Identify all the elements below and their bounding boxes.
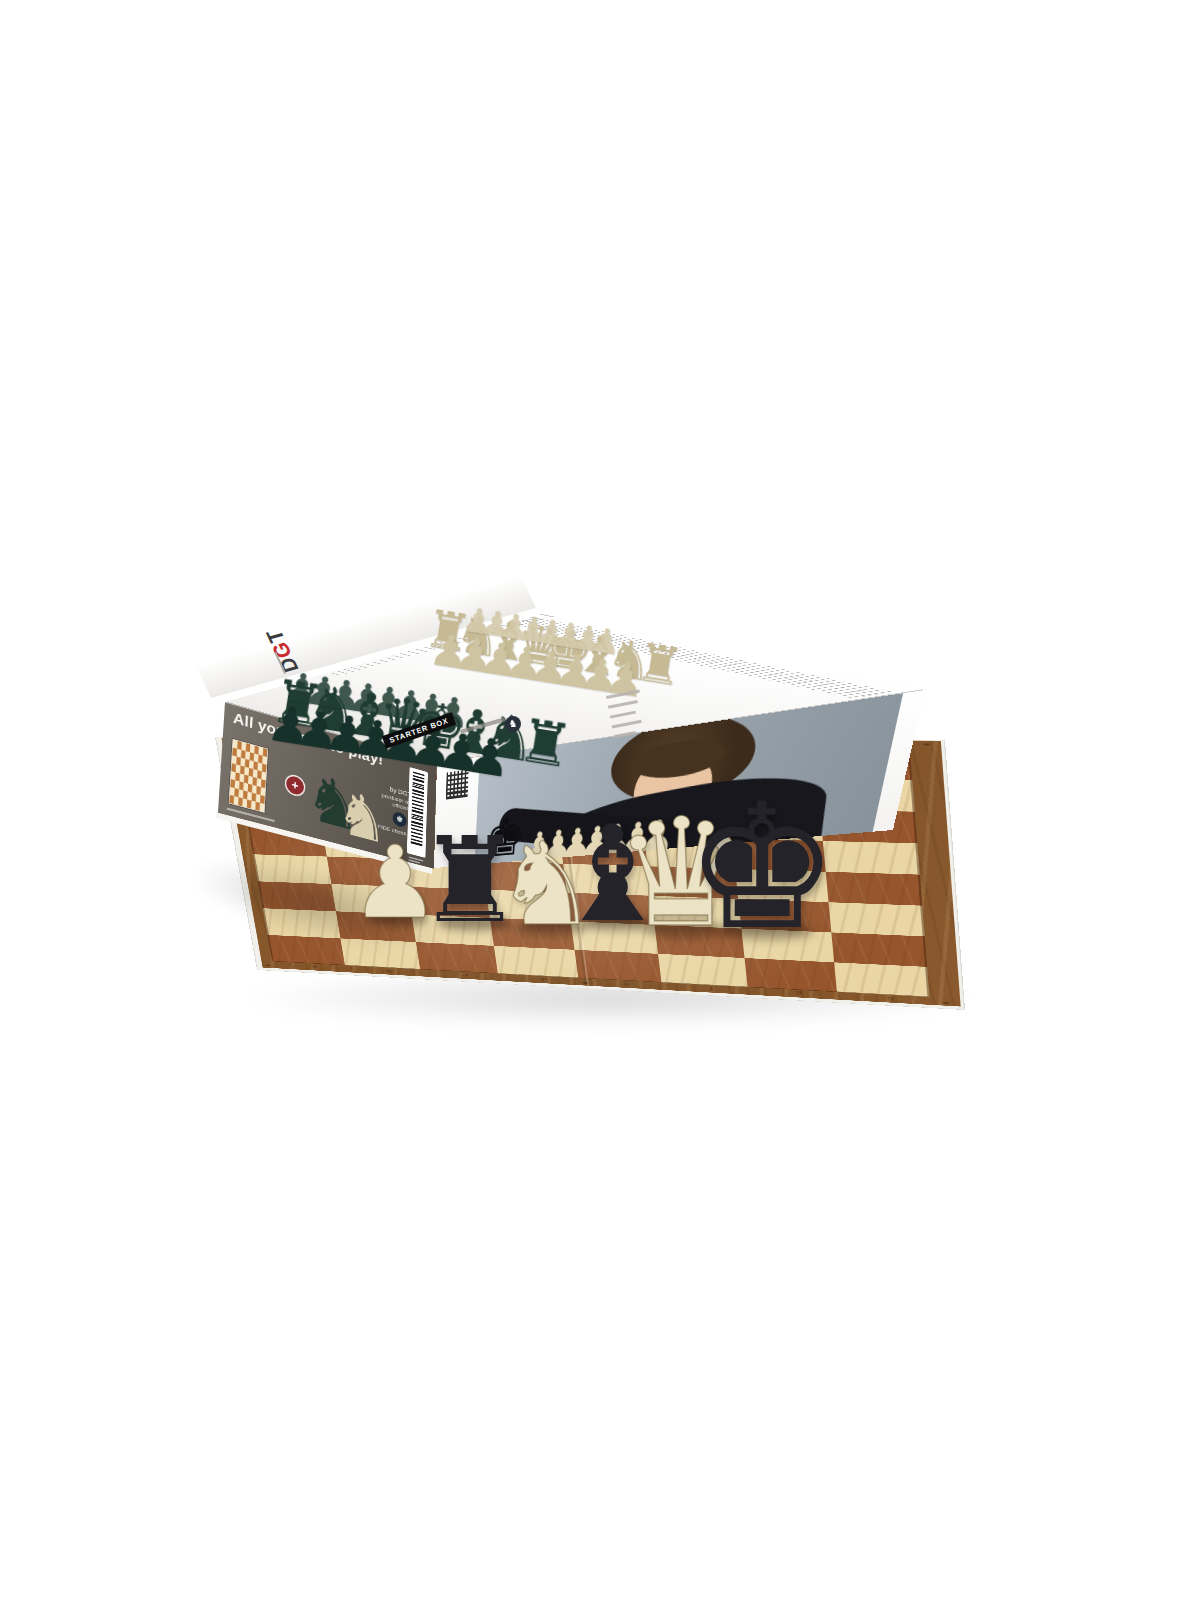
file-label-c: c <box>457 972 475 979</box>
board-screw-dot <box>266 964 271 966</box>
file-label-f: f <box>702 985 721 992</box>
mini-chessboard-image <box>229 739 269 813</box>
text-line <box>610 711 636 719</box>
board-screw-dot <box>923 743 929 745</box>
text-line <box>608 700 638 709</box>
text-line <box>612 720 642 729</box>
piece-black-king-f3[interactable]: ♚ <box>685 799 839 937</box>
board-screw-dot <box>943 1002 949 1004</box>
file-label-a: a <box>306 964 323 971</box>
file-label-e: e <box>617 981 636 988</box>
fide-logo-icon: ♞ <box>505 716 521 732</box>
file-label-h: h <box>880 995 901 1003</box>
file-label-g: g <box>790 990 810 997</box>
product-photo-scene: a b c d e f g h DGT All you need to play… <box>0 0 1200 1600</box>
file-label-b: b <box>380 968 397 975</box>
plus-icon: + <box>284 773 305 799</box>
file-label-d: d <box>536 976 554 983</box>
board-screw-dot <box>582 982 588 984</box>
